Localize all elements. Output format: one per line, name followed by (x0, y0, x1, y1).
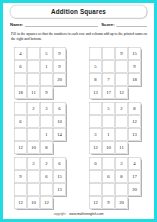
puzzle-3-cell-r3c2[interactable] (27, 128, 40, 141)
puzzle-6-cell-r1c2[interactable] (102, 157, 115, 170)
puzzle-5-row-sum-3: 13 (53, 183, 66, 196)
puzzle-4-row-sum-1: 8 (128, 102, 141, 115)
puzzle-1: 4596192018119 (14, 47, 67, 100)
puzzle-2-row-sum-3: 18 (128, 73, 141, 86)
puzzle-2-cell-r2c1: 5 (89, 60, 102, 73)
puzzle-5-body: 326961513 (14, 157, 66, 196)
puzzle-5: 326961513121012 (14, 157, 67, 210)
instructions-text: Fill in the squares so that the numbers … (11, 31, 148, 41)
puzzle-6-body: 034681720 (89, 157, 141, 196)
puzzle-3-cell-r1c2: 2 (27, 102, 40, 115)
puzzle-6-row-sum-3: 20 (128, 183, 141, 196)
puzzle-1-cell-r2c1: 6 (14, 60, 27, 73)
website-text: www.mathinenglish.com (69, 212, 103, 216)
puzzle-6-col-sum-2: 9 (102, 196, 115, 209)
puzzle-3-col-sum-2: 10 (27, 141, 40, 154)
puzzle-2-col-sum-2: 17 (102, 86, 115, 99)
puzzle-1-col-sums: 18119 (14, 86, 53, 99)
puzzle-5-cell-r3c2[interactable] (27, 183, 40, 196)
puzzle-6-cell-r3c1[interactable] (89, 183, 102, 196)
puzzle-4-col-sums: 121011 (89, 141, 128, 154)
puzzle-3: 23661011412108 (14, 102, 67, 155)
puzzle-1-cell-r2c2[interactable] (27, 60, 40, 73)
puzzle-4: 528123113121011 (89, 102, 142, 155)
puzzle-1-col-sum-1: 18 (14, 86, 27, 99)
puzzle-3-cell-r1c3: 3 (40, 102, 53, 115)
puzzle-1-body: 45961920 (14, 47, 66, 86)
puzzle-2: 915598718131712 (89, 47, 142, 100)
puzzle-3-row-sum-2: 10 (53, 115, 66, 128)
footer: copyright:www.mathinenglish.com (3, 210, 154, 216)
puzzle-5-cell-r3c3[interactable] (40, 183, 53, 196)
puzzle-1-col-sum-3: 9 (40, 86, 53, 99)
puzzle-6-row-sum-2: 17 (128, 170, 141, 183)
puzzle-6-cell-r2c2: 6 (102, 170, 115, 183)
puzzle-5-cell-r1c2: 3 (27, 157, 40, 170)
puzzle-6-cell-r2c1[interactable] (89, 170, 102, 183)
puzzle-6-cell-r1c1: 0 (89, 157, 102, 170)
puzzle-2-col-sum-3: 12 (115, 86, 128, 99)
puzzle-4-cell-r3c1: 3 (89, 128, 102, 141)
puzzle-3-row-sum-1: 6 (53, 102, 66, 115)
puzzle-4-row-sum-2: 12 (128, 115, 141, 128)
puzzle-6: 03468172012920 (89, 157, 142, 210)
puzzle-4-cell-r1c1[interactable] (89, 102, 102, 115)
puzzle-3-cell-r2c3[interactable] (40, 115, 53, 128)
puzzle-2-cell-r2c2[interactable] (102, 60, 115, 73)
puzzle-2-row-sum-2: 9 (128, 60, 141, 73)
puzzle-6-cell-r1c3: 3 (115, 157, 128, 170)
puzzle-4-cell-r3c3[interactable] (115, 128, 128, 141)
puzzle-5-col-sums: 121012 (14, 196, 53, 209)
puzzle-2-cell-r1c1[interactable] (89, 47, 102, 60)
puzzle-5-cell-r3c1[interactable] (14, 183, 27, 196)
puzzle-2-col-sum-1: 13 (89, 86, 102, 99)
puzzle-5-col-sum-2: 10 (27, 196, 40, 209)
puzzle-3-col-sum-3: 8 (40, 141, 53, 154)
puzzle-6-col-sum-1: 12 (89, 196, 102, 209)
puzzle-4-body: 528123113 (89, 102, 141, 141)
puzzle-3-col-sums: 12108 (14, 141, 53, 154)
puzzle-2-cell-r2c3[interactable] (115, 60, 128, 73)
puzzle-1-cell-r1c3: 5 (40, 47, 53, 60)
puzzle-6-col-sum-3: 20 (115, 196, 128, 209)
puzzle-4-cell-r1c3: 2 (115, 102, 128, 115)
name-label: Name: (10, 22, 23, 27)
puzzle-2-col-sums: 131712 (89, 86, 128, 99)
puzzle-1-cell-r3c3[interactable] (40, 73, 53, 86)
puzzle-2-cell-r3c1: 8 (89, 73, 102, 86)
puzzle-2-cell-r1c2[interactable] (102, 47, 115, 60)
puzzle-3-cell-r3c1[interactable] (14, 128, 27, 141)
score-label: Score: (101, 22, 114, 27)
puzzle-1-cell-r1c2[interactable] (27, 47, 40, 60)
worksheet-frame: Addition Squares Name: Score: Fill in th… (0, 0, 157, 222)
puzzle-5-cell-r2c1: 9 (14, 170, 27, 183)
worksheet-page: Addition Squares Name: Score: Fill in th… (3, 3, 154, 219)
puzzle-2-body: 915598718 (89, 47, 141, 86)
title-box: Addition Squares (10, 5, 147, 18)
puzzle-2-row-sum-1: 15 (128, 47, 141, 60)
puzzle-1-row-sum-3: 20 (53, 73, 66, 86)
puzzle-4-cell-r2c2[interactable] (102, 115, 115, 128)
puzzle-4-cell-r3c2: 1 (102, 128, 115, 141)
puzzle-5-row-sum-1: 6 (53, 157, 66, 170)
puzzle-6-col-sums: 12920 (89, 196, 128, 209)
puzzle-1-row-sum-2: 9 (53, 60, 66, 73)
puzzle-1-cell-r3c1[interactable] (14, 73, 27, 86)
puzzle-6-row-sum-1: 4 (128, 157, 141, 170)
page-title: Addition Squares (51, 8, 106, 15)
puzzle-4-cell-r2c3[interactable] (115, 115, 128, 128)
puzzle-3-row-sum-3: 14 (53, 128, 66, 141)
copyright-label: copyright: (54, 212, 66, 215)
puzzle-3-cell-r3c3: 1 (40, 128, 53, 141)
puzzle-4-col-sum-1: 12 (89, 141, 102, 154)
puzzle-3-cell-r2c1: 6 (14, 115, 27, 128)
name-score-row: Name: Score: (10, 22, 147, 27)
puzzle-2-cell-r1c3: 9 (115, 47, 128, 60)
puzzle-1-cell-r1c1: 4 (14, 47, 27, 60)
puzzle-5-cell-r1c3: 2 (40, 157, 53, 170)
puzzle-6-cell-r2c3: 8 (115, 170, 128, 183)
puzzle-grid-container: 4596192018119 915598718131712 2366101141… (14, 47, 142, 210)
puzzle-5-col-sum-3: 12 (40, 196, 53, 209)
puzzle-4-col-sum-3: 11 (115, 141, 128, 154)
puzzle-4-cell-r2c1[interactable] (89, 115, 102, 128)
puzzle-6-cell-r3c2[interactable] (102, 183, 115, 196)
puzzle-2-cell-r3c2: 7 (102, 73, 115, 86)
puzzle-5-cell-r1c1[interactable] (14, 157, 27, 170)
puzzle-4-row-sum-3: 13 (128, 128, 141, 141)
score-input-line[interactable] (116, 22, 147, 27)
puzzle-3-cell-r2c2[interactable] (27, 115, 40, 128)
puzzle-1-cell-r2c3: 1 (40, 60, 53, 73)
puzzle-4-col-sum-2: 10 (102, 141, 115, 154)
puzzle-1-cell-r3c2[interactable] (27, 73, 40, 86)
name-input-line[interactable] (25, 22, 98, 27)
puzzle-1-row-sum-1: 9 (53, 47, 66, 60)
puzzle-2-cell-r3c3[interactable] (115, 73, 128, 86)
puzzle-1-col-sum-2: 11 (27, 86, 40, 99)
puzzle-3-body: 236610114 (14, 102, 66, 141)
puzzle-3-cell-r1c1[interactable] (14, 102, 27, 115)
puzzle-4-cell-r1c2: 5 (102, 102, 115, 115)
puzzle-6-cell-r3c3[interactable] (115, 183, 128, 196)
puzzle-5-col-sum-1: 12 (14, 196, 27, 209)
puzzle-5-cell-r2c3: 6 (40, 170, 53, 183)
puzzle-3-col-sum-1: 12 (14, 141, 27, 154)
puzzle-5-cell-r2c2[interactable] (27, 170, 40, 183)
puzzle-5-row-sum-2: 15 (53, 170, 66, 183)
